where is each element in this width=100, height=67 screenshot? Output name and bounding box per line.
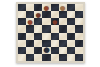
board-square [26, 4, 34, 11]
piece-red-b6: ● [28, 19, 33, 25]
board-square [26, 47, 34, 54]
board-square [26, 33, 34, 40]
board-square [75, 54, 83, 61]
board-square [75, 25, 83, 32]
board-square [18, 40, 26, 47]
board-square [42, 11, 50, 18]
board-square [67, 40, 75, 47]
board-square [18, 25, 26, 32]
board-square [26, 54, 34, 61]
board-square [34, 18, 42, 25]
piece-dark-d2: ● [43, 47, 49, 54]
board-square: ● [42, 47, 50, 54]
board-square [67, 18, 75, 25]
board-square [59, 11, 67, 18]
board-square [75, 4, 83, 11]
board-square [18, 18, 26, 25]
board-square [59, 33, 67, 40]
board-square [51, 54, 59, 61]
board-square [75, 11, 83, 18]
board-square [18, 47, 26, 54]
board-square [67, 4, 75, 11]
board-square [42, 18, 50, 25]
board-square [67, 25, 75, 32]
board-square [67, 47, 75, 54]
board-square [42, 25, 50, 32]
board-square [34, 33, 42, 40]
board-square [51, 40, 59, 47]
board-square [34, 40, 42, 47]
board-square [51, 47, 59, 54]
board-square [59, 47, 67, 54]
board-square [75, 18, 83, 25]
piece-red-c7: ● [36, 12, 41, 18]
board-square [42, 33, 50, 40]
board-photo: ●●●●●● [0, 0, 100, 67]
board-square [67, 11, 75, 18]
board-square: ● [26, 18, 34, 25]
board-square [51, 4, 59, 11]
board-square [75, 47, 83, 54]
piece-red-e6: ● [52, 19, 57, 25]
board-square [59, 40, 67, 47]
chess-board: ●●●●●● [16, 2, 85, 63]
board-square [18, 4, 26, 11]
board-square: ● [42, 4, 50, 11]
board-square [75, 40, 83, 47]
board-square [26, 25, 34, 32]
board-square [42, 54, 50, 61]
board-square [18, 54, 26, 61]
board-square: ● [34, 11, 42, 18]
board-square [59, 18, 67, 25]
board-square [34, 25, 42, 32]
board-square [67, 33, 75, 40]
board-square [67, 54, 75, 61]
board-square [75, 33, 83, 40]
piece-red-f8: ● [60, 5, 65, 11]
board-square [59, 54, 67, 61]
board-square [34, 54, 42, 61]
board-square [51, 25, 59, 32]
board-square [51, 33, 59, 40]
board-square [18, 11, 26, 18]
board-square [59, 25, 67, 32]
board-grid: ●●●●●● [18, 4, 83, 61]
board-square [26, 40, 34, 47]
board-square: ● [59, 4, 67, 11]
piece-red-d8: ● [44, 5, 49, 11]
board-square [18, 33, 26, 40]
board-square [34, 47, 42, 54]
board-square: ● [51, 18, 59, 25]
